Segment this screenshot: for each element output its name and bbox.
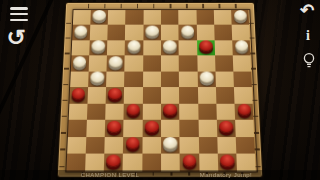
board-square[interactable] bbox=[106, 87, 125, 103]
checker-piece-white[interactable] bbox=[235, 41, 249, 52]
board-square[interactable] bbox=[70, 71, 89, 87]
board-square[interactable] bbox=[126, 10, 144, 25]
board-square-highlight[interactable] bbox=[197, 40, 215, 55]
board bbox=[57, 2, 264, 178]
board-square[interactable] bbox=[142, 154, 161, 171]
info-icon: i bbox=[306, 28, 310, 43]
board-square[interactable] bbox=[216, 103, 235, 119]
board-square[interactable] bbox=[215, 40, 233, 55]
board-square[interactable] bbox=[87, 87, 106, 103]
board-square[interactable] bbox=[123, 137, 142, 154]
board-square[interactable] bbox=[107, 40, 125, 55]
board-square[interactable] bbox=[105, 103, 124, 119]
board-square[interactable] bbox=[89, 40, 107, 55]
menu-button[interactable] bbox=[10, 7, 28, 22]
checker-piece-red[interactable] bbox=[106, 154, 120, 167]
board-grid bbox=[65, 9, 258, 172]
checker-piece-red[interactable] bbox=[237, 104, 251, 116]
board-square[interactable] bbox=[215, 71, 234, 87]
board-square[interactable] bbox=[215, 55, 234, 71]
checker-piece-white[interactable] bbox=[74, 25, 88, 36]
app-screen: ↺ ↶ i CHAMPION LEVEL Mandatory Jump! bbox=[0, 0, 320, 180]
board-square[interactable] bbox=[142, 137, 161, 154]
board-square[interactable] bbox=[71, 40, 90, 55]
board-square[interactable] bbox=[235, 120, 254, 137]
board-square[interactable] bbox=[161, 120, 180, 137]
checker-piece-white[interactable] bbox=[90, 72, 104, 84]
board-square[interactable] bbox=[143, 71, 161, 87]
checker-piece-red[interactable] bbox=[71, 88, 85, 100]
board-square[interactable] bbox=[85, 154, 104, 171]
checker-piece-white[interactable] bbox=[200, 72, 214, 84]
board-square[interactable] bbox=[88, 71, 107, 87]
board-square[interactable] bbox=[231, 10, 249, 25]
level-label: CHAMPION LEVEL bbox=[58, 172, 162, 179]
board-square[interactable] bbox=[196, 10, 214, 25]
checker-piece-red[interactable] bbox=[145, 120, 159, 132]
board-square[interactable] bbox=[125, 25, 143, 40]
board-square[interactable] bbox=[180, 137, 199, 154]
checker-piece-white[interactable] bbox=[109, 56, 123, 68]
board-square[interactable] bbox=[70, 55, 89, 71]
lightbulb-icon bbox=[302, 52, 316, 70]
board-square[interactable] bbox=[179, 40, 197, 55]
board-square[interactable] bbox=[234, 87, 253, 103]
board-square[interactable] bbox=[105, 120, 124, 137]
board-square[interactable] bbox=[66, 154, 86, 171]
board-square[interactable] bbox=[214, 25, 232, 40]
board-square[interactable] bbox=[104, 137, 123, 154]
board-square[interactable] bbox=[232, 40, 251, 55]
checker-piece-red[interactable] bbox=[182, 154, 196, 167]
board-square[interactable] bbox=[124, 71, 142, 87]
board-square[interactable] bbox=[143, 55, 161, 71]
board-square[interactable] bbox=[179, 10, 197, 25]
checker-piece-red[interactable] bbox=[220, 154, 234, 167]
board-square[interactable] bbox=[87, 103, 106, 119]
board-square[interactable] bbox=[180, 154, 199, 171]
board-square[interactable] bbox=[197, 55, 215, 71]
board-square[interactable] bbox=[125, 40, 143, 55]
board-square[interactable] bbox=[217, 120, 236, 137]
board-square[interactable] bbox=[233, 55, 252, 71]
board-square[interactable] bbox=[198, 87, 217, 103]
board-square[interactable] bbox=[161, 137, 180, 154]
checker-piece-red[interactable] bbox=[199, 41, 213, 52]
board-square[interactable] bbox=[90, 10, 108, 25]
board-square[interactable] bbox=[86, 120, 105, 137]
board-square[interactable] bbox=[234, 71, 253, 87]
board-square[interactable] bbox=[125, 55, 143, 71]
board-square[interactable] bbox=[217, 137, 236, 154]
board-frame bbox=[57, 2, 264, 178]
hint-button[interactable] bbox=[302, 52, 316, 70]
board-square[interactable] bbox=[198, 103, 217, 119]
board-square[interactable] bbox=[90, 25, 108, 40]
board-square[interactable] bbox=[124, 103, 143, 119]
board-square[interactable] bbox=[179, 103, 198, 119]
board-square[interactable] bbox=[143, 25, 161, 40]
board-square[interactable] bbox=[161, 154, 180, 171]
checker-piece-red[interactable] bbox=[163, 104, 177, 116]
board-square[interactable] bbox=[72, 10, 90, 25]
checker-piece-white[interactable] bbox=[73, 56, 87, 68]
board-square[interactable] bbox=[107, 25, 125, 40]
board-square[interactable] bbox=[142, 120, 161, 137]
checker-piece-red[interactable] bbox=[126, 104, 140, 116]
checker-piece-white[interactable] bbox=[93, 10, 106, 21]
board-square[interactable] bbox=[161, 55, 179, 71]
checker-piece-white[interactable] bbox=[163, 41, 176, 52]
board-square[interactable] bbox=[143, 40, 161, 55]
board-square[interactable] bbox=[179, 71, 197, 87]
board-square[interactable] bbox=[232, 25, 250, 40]
board-square[interactable] bbox=[161, 103, 180, 119]
checker-piece-white[interactable] bbox=[145, 25, 158, 36]
board-square[interactable] bbox=[179, 25, 197, 40]
checker-piece-red[interactable] bbox=[126, 137, 140, 150]
board-square[interactable] bbox=[161, 10, 179, 25]
board-square[interactable] bbox=[108, 10, 126, 25]
board-square[interactable] bbox=[104, 154, 123, 171]
board-square[interactable] bbox=[67, 120, 86, 137]
board-square[interactable] bbox=[197, 71, 216, 87]
undo-button[interactable]: ↶ bbox=[300, 2, 314, 19]
board-square[interactable] bbox=[143, 87, 161, 103]
board-square[interactable] bbox=[68, 103, 87, 119]
restart-icon: ↺ bbox=[7, 25, 26, 50]
checker-piece-white[interactable] bbox=[127, 41, 140, 52]
board-square[interactable] bbox=[107, 55, 125, 71]
board-square[interactable] bbox=[214, 10, 232, 25]
board-square[interactable] bbox=[106, 71, 125, 87]
checker-piece-white[interactable] bbox=[234, 10, 247, 21]
board-square[interactable] bbox=[179, 55, 197, 71]
board-square[interactable] bbox=[86, 137, 105, 154]
board-square[interactable] bbox=[236, 137, 256, 154]
mandatory-jump-message: Mandatory Jump! bbox=[176, 172, 276, 179]
board-square[interactable] bbox=[142, 103, 161, 119]
board-square[interactable] bbox=[179, 87, 198, 103]
checker-piece-red[interactable] bbox=[219, 120, 233, 132]
board-square[interactable] bbox=[237, 154, 257, 171]
board-square[interactable] bbox=[88, 55, 107, 71]
board-square[interactable] bbox=[199, 154, 218, 171]
info-button[interactable]: i bbox=[306, 29, 310, 43]
checker-piece-white[interactable] bbox=[163, 137, 177, 150]
restart-button[interactable]: ↺ bbox=[7, 27, 26, 49]
board-square[interactable] bbox=[216, 87, 235, 103]
board-square[interactable] bbox=[218, 154, 238, 171]
board-square[interactable] bbox=[124, 120, 143, 137]
board-square[interactable] bbox=[72, 25, 90, 40]
checker-piece-red[interactable] bbox=[108, 88, 122, 100]
board-square[interactable] bbox=[161, 40, 179, 55]
board-square[interactable] bbox=[235, 103, 254, 119]
board-square[interactable] bbox=[161, 87, 179, 103]
checker-piece-white[interactable] bbox=[91, 41, 105, 52]
hamburger-icon bbox=[10, 7, 28, 10]
board-square[interactable] bbox=[143, 10, 161, 25]
undo-icon: ↶ bbox=[300, 1, 314, 20]
board-square[interactable] bbox=[198, 120, 217, 137]
board-square[interactable] bbox=[123, 154, 142, 171]
board-square[interactable] bbox=[198, 137, 217, 154]
board-square[interactable] bbox=[180, 120, 199, 137]
checker-piece-white[interactable] bbox=[181, 25, 194, 36]
board-square[interactable] bbox=[69, 87, 88, 103]
board-square[interactable] bbox=[196, 25, 214, 40]
checker-piece-red[interactable] bbox=[107, 120, 121, 132]
board-square[interactable] bbox=[124, 87, 143, 103]
board-square[interactable] bbox=[161, 71, 179, 87]
board-square[interactable] bbox=[161, 25, 179, 40]
board-square[interactable] bbox=[67, 137, 86, 154]
